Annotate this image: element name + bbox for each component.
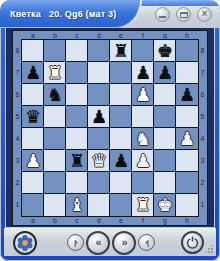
piece-white-king: ♚	[157, 194, 173, 216]
piece-black-pawn: ♟	[91, 106, 107, 128]
flip-board-button[interactable]	[181, 231, 204, 254]
window-title: Кветка20. Qg6 (мат 3)	[10, 9, 116, 19]
piece-black-rook: ♜	[69, 150, 85, 172]
piece-black-queen: ♛	[25, 106, 41, 128]
next-move-button[interactable]: »	[112, 231, 136, 255]
titlebar: Кветка20. Qg6 (мат 3) ×	[0, 0, 220, 28]
square-e4[interactable]	[110, 128, 132, 150]
file-label-c-top: c	[66, 31, 88, 40]
square-h7[interactable]	[176, 62, 198, 84]
prev-move-icon: «	[95, 237, 100, 248]
maximize-button[interactable]	[176, 7, 191, 22]
frame-corner	[13, 216, 22, 225]
square-b2[interactable]	[44, 172, 66, 194]
square-b4[interactable]	[44, 128, 66, 150]
square-f8[interactable]	[132, 40, 154, 62]
frame-corner	[198, 216, 207, 225]
file-label-a-top: a	[22, 31, 44, 40]
piece-black-rook: ♜	[113, 40, 129, 62]
rank-label-1-right: 1	[198, 194, 207, 216]
square-f1[interactable]: ♜	[132, 194, 154, 216]
resize-grip[interactable]	[205, 245, 213, 253]
piece-black-pawn: ♟	[25, 62, 41, 84]
rank-label-5-right: 5	[198, 106, 207, 128]
rank-label-2-right: 2	[198, 172, 207, 194]
square-c4[interactable]	[66, 128, 88, 150]
square-c8[interactable]	[66, 40, 88, 62]
file-label-c-bottom: c	[66, 216, 88, 225]
square-b8[interactable]	[44, 40, 66, 62]
square-d6[interactable]	[88, 84, 110, 106]
square-d4[interactable]	[88, 128, 110, 150]
piece-white-bishop: ♝	[69, 194, 85, 216]
piece-black-pawn: ♟	[157, 62, 173, 84]
file-label-f-bottom: f	[132, 216, 154, 225]
square-h1[interactable]	[176, 194, 198, 216]
square-h3[interactable]	[176, 150, 198, 172]
file-label-e-top: e	[110, 31, 132, 40]
square-a8[interactable]	[22, 40, 44, 62]
square-h2[interactable]	[176, 172, 198, 194]
rank-label-8-right: 8	[198, 40, 207, 62]
square-f7[interactable]: ♟	[132, 62, 154, 84]
control-bar: |‹ « » ›|	[4, 228, 216, 256]
square-a7[interactable]: ♟	[22, 62, 44, 84]
rank-label-7-left: 7	[13, 62, 22, 84]
piece-white-pawn: ♟	[25, 150, 41, 172]
square-b1[interactable]	[44, 194, 66, 216]
square-c3[interactable]: ♜	[66, 150, 88, 172]
move-navigation: |‹ « » ›|	[67, 231, 155, 255]
file-label-g-bottom: g	[154, 216, 176, 225]
app-name: Кветка	[10, 9, 41, 19]
square-d1[interactable]	[88, 194, 110, 216]
square-g2[interactable]	[154, 172, 176, 194]
square-f2[interactable]	[132, 172, 154, 194]
square-f5[interactable]	[132, 106, 154, 128]
puzzle-label: 20. Qg6 (мат 3)	[49, 9, 116, 19]
rank-label-3-left: 3	[13, 150, 22, 172]
first-move-button[interactable]: |‹	[67, 234, 84, 251]
square-b3[interactable]	[44, 150, 66, 172]
square-e5[interactable]	[110, 106, 132, 128]
square-g8[interactable]: ♚	[154, 40, 176, 62]
square-b7[interactable]: ♜	[44, 62, 66, 84]
prev-move-button[interactable]: «	[86, 231, 110, 255]
square-a5[interactable]: ♛	[22, 106, 44, 128]
square-h6[interactable]: ♟	[176, 84, 198, 106]
square-f3[interactable]: ♟	[132, 150, 154, 172]
square-d3[interactable]: ♛	[88, 150, 110, 172]
square-a6[interactable]	[22, 84, 44, 106]
square-d2[interactable]	[88, 172, 110, 194]
square-e2[interactable]	[110, 172, 132, 194]
window-buttons: ×	[155, 7, 212, 22]
square-f6[interactable]: ♟	[132, 84, 154, 106]
frame-corner	[198, 31, 207, 40]
piece-black-king: ♚	[157, 40, 173, 62]
file-label-f-top: f	[132, 31, 154, 40]
file-label-d-top: d	[88, 31, 110, 40]
piece-white-pawn: ♟	[179, 128, 195, 150]
file-label-b-top: b	[44, 31, 66, 40]
square-a2[interactable]	[22, 172, 44, 194]
square-b6[interactable]: ♞	[44, 84, 66, 106]
square-d8[interactable]	[88, 40, 110, 62]
square-f4[interactable]: ♞	[132, 128, 154, 150]
square-g7[interactable]: ♟	[154, 62, 176, 84]
rank-label-6-left: 6	[13, 84, 22, 106]
piece-black-pawn: ♟	[135, 62, 151, 84]
file-label-h-top: h	[176, 31, 198, 40]
rank-label-4-right: 4	[198, 128, 207, 150]
last-move-button[interactable]: ›|	[138, 234, 155, 251]
piece-black-knight: ♞	[47, 84, 63, 106]
minimize-button[interactable]	[155, 7, 170, 22]
rank-label-4-left: 4	[13, 128, 22, 150]
square-e8[interactable]: ♜	[110, 40, 132, 62]
rank-label-7-right: 7	[198, 62, 207, 84]
square-h5[interactable]	[176, 106, 198, 128]
rank-label-6-right: 6	[198, 84, 207, 106]
piece-white-pawn: ♟	[135, 150, 151, 172]
piece-black-pawn: ♟	[113, 150, 129, 172]
square-h4[interactable]: ♟	[176, 128, 198, 150]
board-panel: abcdefgh8♜♚87♟♜♟♟76♞♟♟65♛♟54♞♟43♟♜♛♟♟322…	[5, 28, 215, 228]
rank-label-8-left: 8	[13, 40, 22, 62]
rank-label-1-left: 1	[13, 194, 22, 216]
square-c6[interactable]	[66, 84, 88, 106]
file-label-g-top: g	[154, 31, 176, 40]
last-move-icon: ›|	[145, 239, 148, 247]
piece-white-queen: ♛	[91, 150, 107, 172]
square-g1[interactable]: ♚	[154, 194, 176, 216]
kvetka-logo-button[interactable]	[13, 231, 37, 255]
square-h8[interactable]	[176, 40, 198, 62]
piece-white-knight: ♞	[135, 128, 151, 150]
kvetka-window: Кветка20. Qg6 (мат 3) × abcdefgh8♜♚87♟♜♟…	[0, 0, 220, 261]
square-a4[interactable]	[22, 128, 44, 150]
square-e7[interactable]	[110, 62, 132, 84]
file-label-h-bottom: h	[176, 216, 198, 225]
square-g6[interactable]	[154, 84, 176, 106]
next-move-icon: »	[121, 237, 126, 248]
square-e3[interactable]: ♟	[110, 150, 132, 172]
square-c5[interactable]	[66, 106, 88, 128]
frame-corner	[13, 31, 22, 40]
power-flip-icon	[186, 236, 199, 249]
close-icon: ×	[202, 9, 208, 19]
square-c7[interactable]	[66, 62, 88, 84]
square-d5[interactable]: ♟	[88, 106, 110, 128]
square-a1[interactable]	[22, 194, 44, 216]
file-label-a-bottom: a	[22, 216, 44, 225]
square-g3[interactable]	[154, 150, 176, 172]
square-d7[interactable]	[88, 62, 110, 84]
piece-black-pawn: ♟	[179, 84, 195, 106]
square-e1[interactable]	[110, 194, 132, 216]
piece-white-pawn: ♟	[135, 84, 151, 106]
file-label-b-bottom: b	[44, 216, 66, 225]
square-g5[interactable]	[154, 106, 176, 128]
chess-board: abcdefgh8♜♚87♟♜♟♟76♞♟♟65♛♟54♞♟43♟♜♛♟♟322…	[12, 30, 208, 226]
maximize-icon	[180, 12, 188, 18]
file-label-d-bottom: d	[88, 216, 110, 225]
piece-white-rook: ♜	[47, 62, 63, 84]
square-b5[interactable]	[44, 106, 66, 128]
first-move-icon: |‹	[74, 239, 77, 247]
square-c1[interactable]: ♝	[66, 194, 88, 216]
square-a3[interactable]: ♟	[22, 150, 44, 172]
file-label-e-bottom: e	[110, 216, 132, 225]
square-g4[interactable]	[154, 128, 176, 150]
square-c2[interactable]	[66, 172, 88, 194]
rank-label-3-right: 3	[198, 150, 207, 172]
close-button[interactable]: ×	[197, 7, 212, 22]
rank-label-2-left: 2	[13, 172, 22, 194]
square-e6[interactable]	[110, 84, 132, 106]
piece-white-rook: ♜	[135, 194, 151, 216]
rank-label-5-left: 5	[13, 106, 22, 128]
minimize-icon	[159, 16, 166, 18]
flower-icon	[17, 235, 33, 251]
